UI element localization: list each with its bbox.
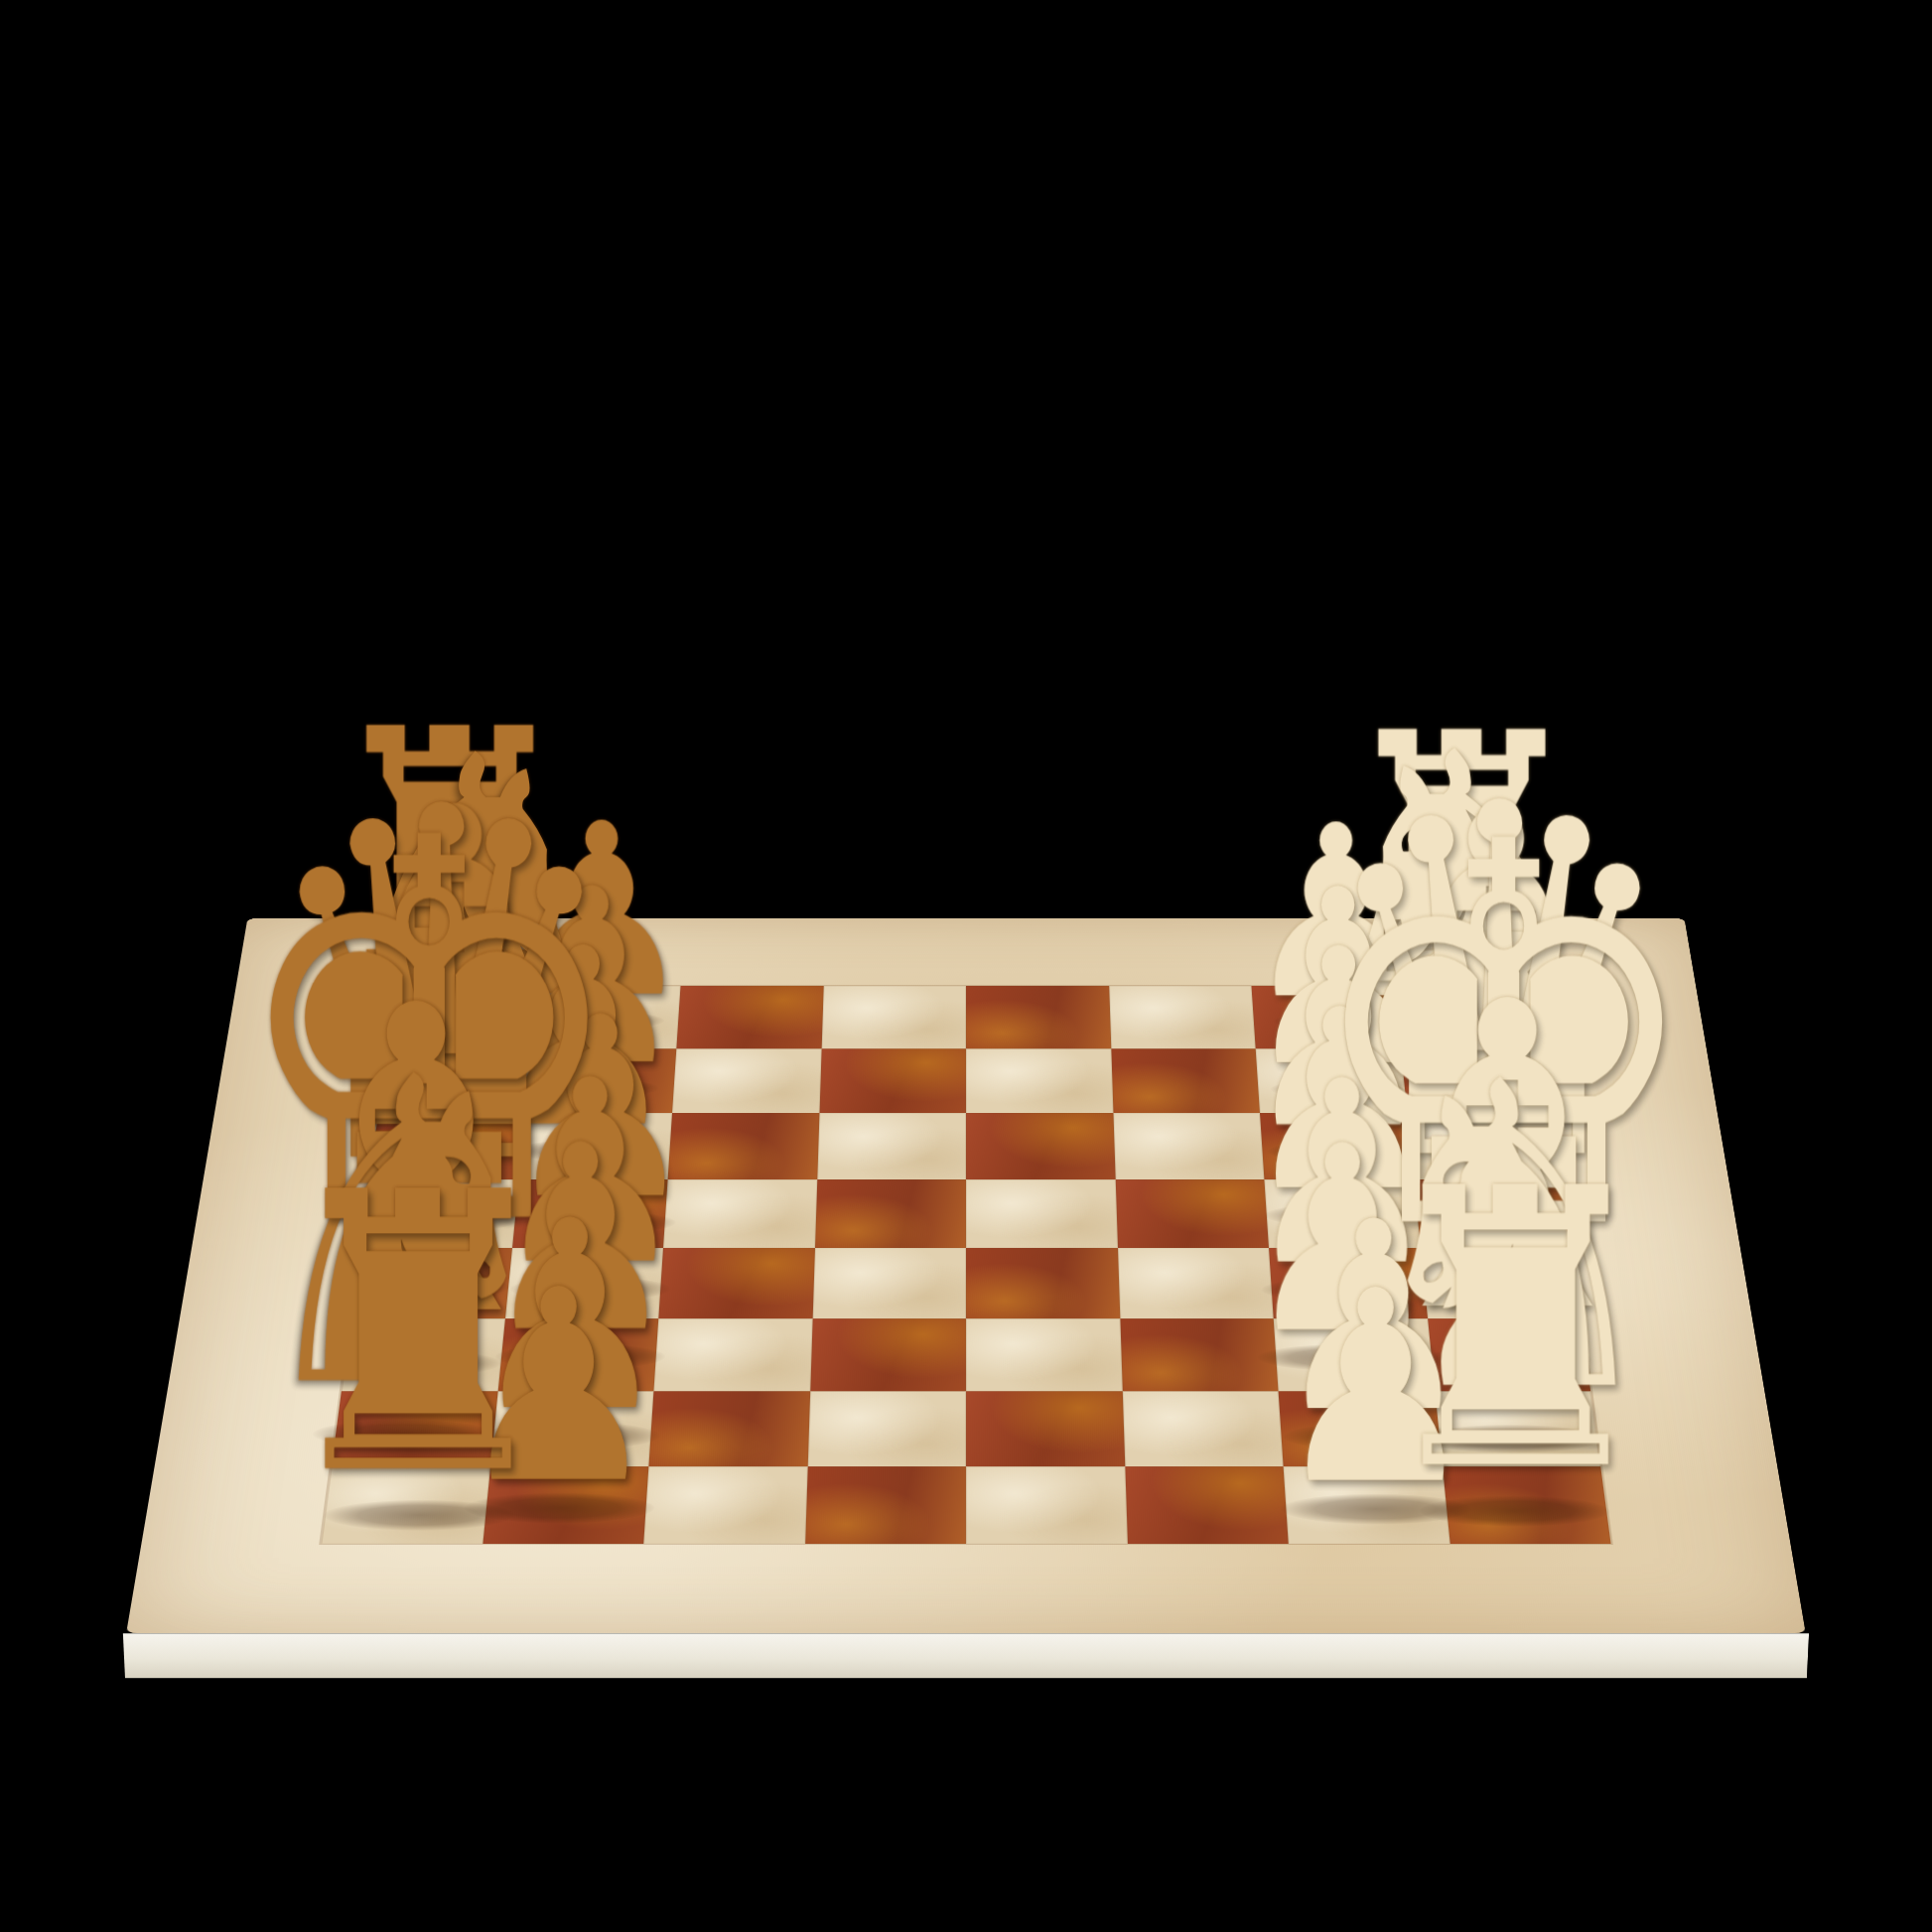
cream-rook-glyph: ♜: [1367, 1139, 1663, 1522]
board-front-edge: [123, 1633, 1809, 1678]
perspective-wrapper: ♜♟♟♜♞♟♟♞♝♟♟♝♛♟♟♛♚♟♟♚♝♟♟♝♞♟♟♞♜♟♟♜: [0, 0, 1932, 1932]
brown-rook-glyph: ♜: [271, 1143, 567, 1527]
scene: ♜♟♟♜♞♟♟♞♝♟♟♝♛♟♟♛♚♟♟♚♝♟♟♝♞♟♟♞♜♟♟♜: [0, 0, 1932, 1932]
chessboard-slab: ♜♟♟♜♞♟♟♞♝♟♟♝♛♟♟♛♚♟♟♚♝♟♟♝♞♟♟♞♜♟♟♜: [126, 918, 1806, 1633]
